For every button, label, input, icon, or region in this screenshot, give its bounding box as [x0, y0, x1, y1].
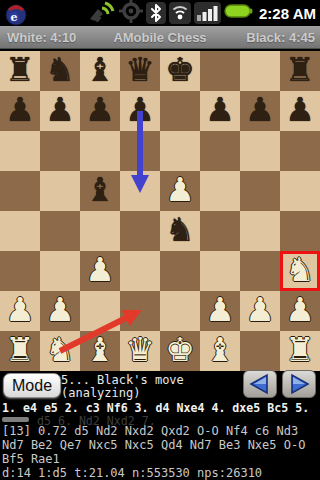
square-b1[interactable]: ♞ [40, 331, 80, 371]
square-h2[interactable]: ♟ [280, 291, 320, 331]
status-bar: e [0, 0, 320, 26]
move-status-text: 5... Black's move [61, 373, 184, 387]
square-d2[interactable] [120, 291, 160, 331]
square-f7[interactable]: ♟ [200, 91, 240, 131]
square-a1[interactable]: ♜ [0, 331, 40, 371]
engine-output: [13] 0.72 d5 Nd2 Nxd2 Qxd2 O-O Nf4 c6 Nd… [2, 424, 320, 480]
square-e5[interactable]: ♟ [160, 171, 200, 211]
black-pawn-piece[interactable]: ♟ [125, 90, 155, 130]
square-f2[interactable]: ♟ [200, 291, 240, 331]
square-h6[interactable] [280, 131, 320, 171]
square-e6[interactable] [160, 131, 200, 171]
analyzing-status-text: (analyzing) [61, 386, 140, 400]
mode-button[interactable]: Mode [3, 373, 61, 398]
square-g2[interactable]: ♟ [240, 291, 280, 331]
signal-strength-icon [194, 2, 221, 24]
square-d7[interactable]: ♟ [120, 91, 160, 131]
square-c2[interactable] [80, 291, 120, 331]
square-h3[interactable]: ♞ [280, 251, 320, 291]
white-pawn-piece[interactable]: ♟ [165, 170, 195, 210]
chess-board[interactable]: ♜♞♝♛♚♜♟♟♟♟♟♟♟♝♟♞♟♞♟♟♟♟♟♜♞♝♛♚♝♜ [0, 51, 320, 371]
square-a2[interactable]: ♟ [0, 291, 40, 331]
black-pawn-piece[interactable]: ♟ [285, 90, 315, 130]
square-d4[interactable] [120, 211, 160, 251]
square-b2[interactable]: ♟ [40, 291, 80, 331]
move-list-scrollbar[interactable] [2, 417, 29, 422]
square-c6[interactable] [80, 131, 120, 171]
title-bar: White: 4:10 AMobile Chess Black: 4:45 [0, 26, 320, 49]
square-h5[interactable] [280, 171, 320, 211]
square-c3[interactable]: ♟ [80, 251, 120, 291]
white-knight-piece[interactable]: ♞ [45, 330, 75, 370]
svg-text:e: e [11, 11, 18, 24]
square-g5[interactable] [240, 171, 280, 211]
square-b8[interactable]: ♞ [40, 51, 80, 91]
square-b3[interactable] [40, 251, 80, 291]
square-g3[interactable] [240, 251, 280, 291]
phone-screen: e [0, 0, 320, 480]
white-pawn-piece[interactable]: ♟ [205, 290, 235, 330]
square-h1[interactable]: ♜ [280, 331, 320, 371]
white-king-piece[interactable]: ♚ [165, 330, 195, 370]
black-queen-piece[interactable]: ♛ [125, 50, 155, 90]
hotspot-icon [169, 2, 191, 24]
square-f1[interactable]: ♝ [200, 331, 240, 371]
bluetooth-icon [146, 2, 166, 24]
engine-pv-line: [13] 0.72 d5 Nd2 Nxd2 Qxd2 O-O Nf4 c6 Nd… [2, 424, 320, 438]
square-a4[interactable] [0, 211, 40, 251]
square-e8[interactable]: ♚ [160, 51, 200, 91]
square-e7[interactable] [160, 91, 200, 131]
white-knight-piece[interactable]: ♞ [285, 250, 315, 290]
square-g8[interactable] [240, 51, 280, 91]
black-king-piece[interactable]: ♚ [165, 50, 195, 90]
square-f4[interactable] [200, 211, 240, 251]
black-knight-piece[interactable]: ♞ [45, 50, 75, 90]
square-g6[interactable] [240, 131, 280, 171]
square-f6[interactable] [200, 131, 240, 171]
white-bishop-piece[interactable]: ♝ [85, 330, 115, 370]
black-pawn-piece[interactable]: ♟ [5, 90, 35, 130]
black-rook-piece[interactable]: ♜ [5, 50, 35, 90]
white-queen-piece[interactable]: ♛ [125, 330, 155, 370]
white-rook-piece[interactable]: ♜ [5, 330, 35, 370]
square-e2[interactable] [160, 291, 200, 331]
black-pawn-piece[interactable]: ♟ [85, 90, 115, 130]
arrow-left-icon [247, 373, 273, 395]
gps-satellite-icon [86, 0, 116, 27]
white-pawn-piece[interactable]: ♟ [45, 290, 75, 330]
white-pawn-piece[interactable]: ♟ [5, 290, 35, 330]
white-pawn-piece[interactable]: ♟ [285, 290, 315, 330]
black-bishop-piece[interactable]: ♝ [85, 50, 115, 90]
white-pawn-piece[interactable]: ♟ [85, 250, 115, 290]
square-g7[interactable]: ♟ [240, 91, 280, 131]
square-d6[interactable] [120, 131, 160, 171]
square-g1[interactable] [240, 331, 280, 371]
previous-move-button[interactable] [243, 370, 277, 398]
square-b6[interactable] [40, 131, 80, 171]
square-b7[interactable]: ♟ [40, 91, 80, 131]
square-b4[interactable] [40, 211, 80, 251]
black-knight-piece[interactable]: ♞ [165, 210, 195, 250]
engine-stats-line: d:14 1:d5 t:21.04 n:553530 nps:26310 [2, 466, 320, 480]
square-h7[interactable]: ♟ [280, 91, 320, 131]
square-c4[interactable] [80, 211, 120, 251]
next-move-button[interactable] [282, 370, 316, 398]
black-pawn-piece[interactable]: ♟ [45, 90, 75, 130]
square-c8[interactable]: ♝ [80, 51, 120, 91]
engine-pv-line: Nd7 Be2 Qe7 Nxc5 Nxc5 Qd4 Nd7 Be3 Nxe5 O… [2, 438, 320, 452]
battery-icon [224, 2, 254, 24]
black-clock: Black: 4:45 [246, 30, 315, 45]
arrow-right-icon [286, 373, 312, 395]
white-rook-piece[interactable]: ♜ [285, 330, 315, 370]
square-d5[interactable] [120, 171, 160, 211]
clock-time: 2:28 AM [257, 5, 318, 22]
engine-pv-line: Bf5 Rae1 [2, 452, 320, 466]
black-pawn-piece[interactable]: ♟ [245, 90, 275, 130]
black-bishop-piece[interactable]: ♝ [85, 170, 115, 210]
square-h8[interactable]: ♜ [280, 51, 320, 91]
square-e4[interactable]: ♞ [160, 211, 200, 251]
white-bishop-piece[interactable]: ♝ [205, 330, 235, 370]
move-list[interactable]: 1. e4 e5 2. c3 Nf6 3. d4 Nxe4 4. dxe5 Bc… [2, 401, 319, 415]
square-g4[interactable] [240, 211, 280, 251]
square-b5[interactable] [40, 171, 80, 211]
gps-crosshair-icon [119, 0, 143, 27]
square-f8[interactable] [200, 51, 240, 91]
black-pawn-piece[interactable]: ♟ [205, 90, 235, 130]
square-d1[interactable]: ♛ [120, 331, 160, 371]
square-a3[interactable] [0, 251, 40, 291]
square-d3[interactable] [120, 251, 160, 291]
square-c7[interactable]: ♟ [80, 91, 120, 131]
square-f5[interactable] [200, 171, 240, 211]
square-e3[interactable] [160, 251, 200, 291]
square-e1[interactable]: ♚ [160, 331, 200, 371]
square-a5[interactable] [0, 171, 40, 211]
square-a6[interactable] [0, 131, 40, 171]
square-c1[interactable]: ♝ [80, 331, 120, 371]
square-h4[interactable] [280, 211, 320, 251]
square-f3[interactable] [200, 251, 240, 291]
bottom-panel: Mode 5... Black's move (analyzing) 1. e4… [0, 371, 320, 480]
black-rook-piece[interactable]: ♜ [285, 50, 315, 90]
white-pawn-piece[interactable]: ♟ [245, 290, 275, 330]
square-c5[interactable]: ♝ [80, 171, 120, 211]
square-a8[interactable]: ♜ [0, 51, 40, 91]
square-d8[interactable]: ♛ [120, 51, 160, 91]
square-a7[interactable]: ♟ [0, 91, 40, 131]
